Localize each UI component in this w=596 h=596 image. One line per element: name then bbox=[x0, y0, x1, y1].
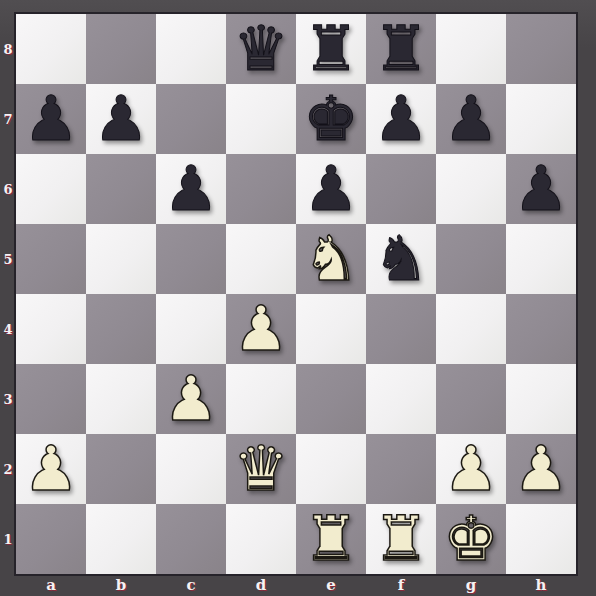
square-c6[interactable]: ♟ bbox=[156, 154, 226, 224]
square-c7[interactable] bbox=[156, 84, 226, 154]
square-c2[interactable] bbox=[156, 434, 226, 504]
square-a6[interactable] bbox=[16, 154, 86, 224]
white-rook-piece[interactable]: ♜ bbox=[303, 504, 359, 574]
black-rook-piece[interactable]: ♜ bbox=[303, 14, 359, 84]
white-pawn-piece[interactable]: ♟ bbox=[233, 294, 289, 364]
square-c1[interactable] bbox=[156, 504, 226, 574]
square-b5[interactable] bbox=[86, 224, 156, 294]
square-d8[interactable]: ♛ bbox=[226, 14, 296, 84]
square-h2[interactable]: ♟ bbox=[506, 434, 576, 504]
square-d6[interactable] bbox=[226, 154, 296, 224]
square-d2[interactable]: ♛ bbox=[226, 434, 296, 504]
square-e8[interactable]: ♜ bbox=[296, 14, 366, 84]
square-b6[interactable] bbox=[86, 154, 156, 224]
square-f1[interactable]: ♜ bbox=[366, 504, 436, 574]
white-knight-piece[interactable]: ♞ bbox=[303, 224, 359, 294]
rank-label-5: 5 bbox=[0, 224, 16, 294]
square-g8[interactable] bbox=[436, 14, 506, 84]
rank-label-8: 8 bbox=[0, 14, 16, 84]
file-label-c: c bbox=[156, 576, 226, 596]
square-g5[interactable] bbox=[436, 224, 506, 294]
file-labels: abcdefgh bbox=[16, 576, 576, 596]
black-king-piece[interactable]: ♚ bbox=[303, 84, 359, 154]
square-b8[interactable] bbox=[86, 14, 156, 84]
square-e4[interactable] bbox=[296, 294, 366, 364]
square-h3[interactable] bbox=[506, 364, 576, 434]
square-e1[interactable]: ♜ bbox=[296, 504, 366, 574]
square-b4[interactable] bbox=[86, 294, 156, 364]
square-b2[interactable] bbox=[86, 434, 156, 504]
square-d7[interactable] bbox=[226, 84, 296, 154]
square-e2[interactable] bbox=[296, 434, 366, 504]
square-f5[interactable]: ♞ bbox=[366, 224, 436, 294]
rank-labels: 87654321 bbox=[0, 14, 16, 574]
black-pawn-piece[interactable]: ♟ bbox=[303, 154, 359, 224]
square-e7[interactable]: ♚ bbox=[296, 84, 366, 154]
square-h5[interactable] bbox=[506, 224, 576, 294]
square-a2[interactable]: ♟ bbox=[16, 434, 86, 504]
square-h4[interactable] bbox=[506, 294, 576, 364]
square-g1[interactable]: ♚ bbox=[436, 504, 506, 574]
square-g7[interactable]: ♟ bbox=[436, 84, 506, 154]
white-pawn-piece[interactable]: ♟ bbox=[513, 434, 569, 504]
square-a8[interactable] bbox=[16, 14, 86, 84]
file-label-a: a bbox=[16, 576, 86, 596]
white-pawn-piece[interactable]: ♟ bbox=[23, 434, 79, 504]
file-label-f: f bbox=[366, 576, 436, 596]
black-pawn-piece[interactable]: ♟ bbox=[23, 84, 79, 154]
black-pawn-piece[interactable]: ♟ bbox=[513, 154, 569, 224]
square-c3[interactable]: ♟ bbox=[156, 364, 226, 434]
file-label-b: b bbox=[86, 576, 156, 596]
black-pawn-piece[interactable]: ♟ bbox=[443, 84, 499, 154]
chess-board-frame: 87654321 ♛♜♜♟♟♚♟♟♟♟♟♞♞♟♟♟♛♟♟♜♜♚ abcdefgh bbox=[0, 0, 596, 596]
square-f8[interactable]: ♜ bbox=[366, 14, 436, 84]
square-a7[interactable]: ♟ bbox=[16, 84, 86, 154]
white-pawn-piece[interactable]: ♟ bbox=[163, 364, 219, 434]
square-b7[interactable]: ♟ bbox=[86, 84, 156, 154]
white-queen-piece[interactable]: ♛ bbox=[233, 434, 289, 504]
rank-label-6: 6 bbox=[0, 154, 16, 224]
rank-label-7: 7 bbox=[0, 84, 16, 154]
square-f2[interactable] bbox=[366, 434, 436, 504]
white-king-piece[interactable]: ♚ bbox=[443, 504, 499, 574]
square-d1[interactable] bbox=[226, 504, 296, 574]
rank-label-3: 3 bbox=[0, 364, 16, 434]
file-label-d: d bbox=[226, 576, 296, 596]
square-f7[interactable]: ♟ bbox=[366, 84, 436, 154]
square-f4[interactable] bbox=[366, 294, 436, 364]
square-h1[interactable] bbox=[506, 504, 576, 574]
square-f6[interactable] bbox=[366, 154, 436, 224]
square-a5[interactable] bbox=[16, 224, 86, 294]
square-g3[interactable] bbox=[436, 364, 506, 434]
square-c5[interactable] bbox=[156, 224, 226, 294]
square-a1[interactable] bbox=[16, 504, 86, 574]
square-h7[interactable] bbox=[506, 84, 576, 154]
square-c8[interactable] bbox=[156, 14, 226, 84]
black-rook-piece[interactable]: ♜ bbox=[373, 14, 429, 84]
chess-board: ♛♜♜♟♟♚♟♟♟♟♟♞♞♟♟♟♛♟♟♜♜♚ bbox=[16, 14, 576, 574]
square-d5[interactable] bbox=[226, 224, 296, 294]
square-a4[interactable] bbox=[16, 294, 86, 364]
black-pawn-piece[interactable]: ♟ bbox=[163, 154, 219, 224]
square-h6[interactable]: ♟ bbox=[506, 154, 576, 224]
file-label-e: e bbox=[296, 576, 366, 596]
black-pawn-piece[interactable]: ♟ bbox=[93, 84, 149, 154]
file-label-h: h bbox=[506, 576, 576, 596]
rank-label-2: 2 bbox=[0, 434, 16, 504]
black-queen-piece[interactable]: ♛ bbox=[233, 14, 289, 84]
square-e3[interactable] bbox=[296, 364, 366, 434]
square-h8[interactable] bbox=[506, 14, 576, 84]
square-d4[interactable]: ♟ bbox=[226, 294, 296, 364]
square-g4[interactable] bbox=[436, 294, 506, 364]
rank-label-1: 1 bbox=[0, 504, 16, 574]
square-e6[interactable]: ♟ bbox=[296, 154, 366, 224]
white-rook-piece[interactable]: ♜ bbox=[373, 504, 429, 574]
square-g2[interactable]: ♟ bbox=[436, 434, 506, 504]
square-b3[interactable] bbox=[86, 364, 156, 434]
square-c4[interactable] bbox=[156, 294, 226, 364]
rank-label-4: 4 bbox=[0, 294, 16, 364]
black-knight-piece[interactable]: ♞ bbox=[373, 224, 429, 294]
square-f3[interactable] bbox=[366, 364, 436, 434]
square-d3[interactable] bbox=[226, 364, 296, 434]
black-pawn-piece[interactable]: ♟ bbox=[373, 84, 429, 154]
square-g6[interactable] bbox=[436, 154, 506, 224]
file-label-g: g bbox=[436, 576, 506, 596]
square-e5[interactable]: ♞ bbox=[296, 224, 366, 294]
square-a3[interactable] bbox=[16, 364, 86, 434]
square-b1[interactable] bbox=[86, 504, 156, 574]
white-pawn-piece[interactable]: ♟ bbox=[443, 434, 499, 504]
